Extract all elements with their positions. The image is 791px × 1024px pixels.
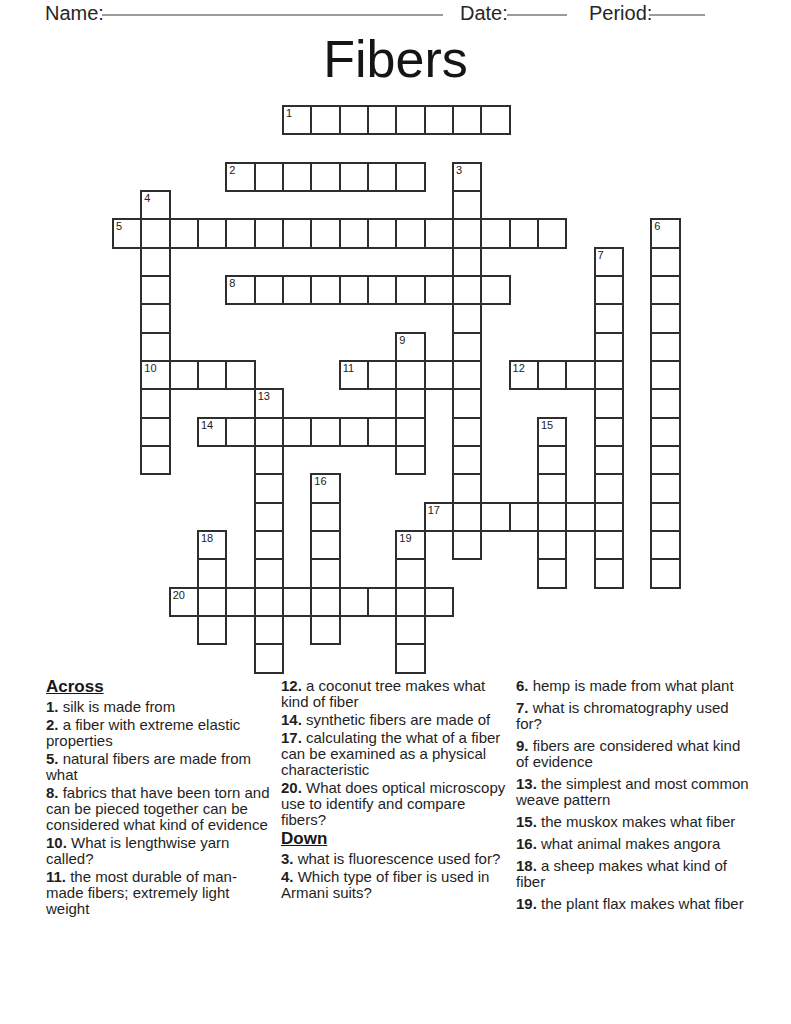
- clue-number: 16: [314, 475, 326, 487]
- grid-cell[interactable]: [339, 275, 369, 305]
- clue-number: 3: [456, 164, 462, 176]
- grid-cell[interactable]: [452, 332, 482, 362]
- grid-cell[interactable]: [452, 360, 482, 390]
- clue-number: 1: [286, 107, 292, 119]
- grid-cell[interactable]: [339, 587, 369, 617]
- grid-cell[interactable]: [650, 530, 680, 560]
- grid-cell[interactable]: [367, 162, 397, 192]
- grid-cell[interactable]: [650, 388, 680, 418]
- clue-13: 13. the simplest and most common weave p…: [516, 776, 752, 808]
- grid-cell[interactable]: [452, 473, 482, 503]
- grid-cell[interactable]: [452, 388, 482, 418]
- grid-cell[interactable]: [565, 360, 595, 390]
- grid-cell[interactable]: [225, 417, 255, 447]
- clue-number: 15: [541, 419, 553, 431]
- crossword-grid: 1234567891011121314151617181920: [0, 0, 791, 700]
- grid-cell[interactable]: 19: [395, 530, 425, 560]
- clue-18: 18. a sheep makes what kind of fiber: [516, 858, 752, 890]
- grid-cell[interactable]: 14: [197, 417, 227, 447]
- grid-cell[interactable]: [452, 502, 482, 532]
- grid-cell[interactable]: 17: [424, 502, 454, 532]
- grid-cell[interactable]: 20: [169, 587, 199, 617]
- grid-cell[interactable]: [650, 502, 680, 532]
- grid-cell[interactable]: [140, 303, 170, 333]
- grid-cell[interactable]: [339, 417, 369, 447]
- clue-10: 10. What is lengthwise yarn called?: [46, 835, 271, 867]
- grid-cell[interactable]: [310, 587, 340, 617]
- grid-cell[interactable]: [140, 417, 170, 447]
- grid-cell[interactable]: [452, 445, 482, 475]
- grid-cell[interactable]: [140, 388, 170, 418]
- grid-cell[interactable]: [140, 275, 170, 305]
- grid-cell[interactable]: 18: [197, 530, 227, 560]
- clue-number: 11: [343, 362, 354, 374]
- grid-cell[interactable]: [282, 275, 312, 305]
- grid-cell[interactable]: [310, 417, 340, 447]
- clue-12: 12. a coconut tree makes what kind of fi…: [281, 678, 514, 710]
- grid-cell[interactable]: [452, 417, 482, 447]
- grid-cell[interactable]: [594, 303, 624, 333]
- clue-number: 4: [144, 192, 150, 204]
- grid-cell[interactable]: [225, 587, 255, 617]
- grid-cell[interactable]: [480, 105, 510, 135]
- grid-cell[interactable]: [395, 587, 425, 617]
- grid-cell[interactable]: [594, 530, 624, 560]
- grid-cell[interactable]: [367, 275, 397, 305]
- clue-column-3: 6. hemp is made from what plant7. what i…: [516, 678, 752, 918]
- grid-cell[interactable]: [254, 275, 284, 305]
- clue-number: 9: [399, 334, 405, 346]
- grid-cell[interactable]: [254, 445, 284, 475]
- grid-cell[interactable]: [197, 360, 227, 390]
- grid-cell[interactable]: [594, 360, 624, 390]
- grid-cell[interactable]: [395, 558, 425, 588]
- clue-number: 14: [201, 419, 213, 431]
- grid-cell[interactable]: 3: [452, 162, 482, 192]
- grid-cell[interactable]: [480, 502, 510, 532]
- grid-cell[interactable]: [254, 473, 284, 503]
- clue-3: 3. what is fluorescence used for?: [281, 851, 514, 867]
- clue-5: 5. natural fibers are made from what: [46, 751, 271, 783]
- grid-cell[interactable]: [594, 332, 624, 362]
- grid-cell[interactable]: [594, 502, 624, 532]
- grid-cell[interactable]: 10: [140, 360, 170, 390]
- clue-number: 8: [229, 277, 235, 289]
- grid-cell[interactable]: [594, 558, 624, 588]
- grid-cell[interactable]: [537, 502, 567, 532]
- grid-cell[interactable]: [140, 332, 170, 362]
- grid-cell[interactable]: [594, 473, 624, 503]
- grid-cell[interactable]: [254, 417, 284, 447]
- grid-cell[interactable]: [197, 558, 227, 588]
- clue-number: 6: [654, 220, 660, 232]
- down-heading: Down: [281, 830, 514, 848]
- grid-cell[interactable]: [565, 502, 595, 532]
- clue-16: 16. what animal makes angora: [516, 836, 752, 852]
- grid-cell[interactable]: [395, 105, 425, 135]
- grid-cell[interactable]: 13: [254, 388, 284, 418]
- grid-cell[interactable]: [197, 218, 227, 248]
- grid-cell[interactable]: [395, 445, 425, 475]
- grid-cell[interactable]: [254, 530, 284, 560]
- grid-cell[interactable]: [254, 558, 284, 588]
- grid-cell[interactable]: [339, 105, 369, 135]
- grid-cell[interactable]: [367, 587, 397, 617]
- clue-6: 6. hemp is made from what plant: [516, 678, 752, 694]
- grid-cell[interactable]: 16: [310, 473, 340, 503]
- grid-cell[interactable]: [310, 530, 340, 560]
- clue-number: 18: [201, 532, 213, 544]
- grid-cell[interactable]: [424, 275, 454, 305]
- grid-cell[interactable]: [424, 105, 454, 135]
- grid-cell[interactable]: [650, 445, 680, 475]
- grid-cell[interactable]: [650, 473, 680, 503]
- grid-cell[interactable]: [480, 218, 510, 248]
- grid-cell[interactable]: [282, 587, 312, 617]
- grid-cell[interactable]: [537, 218, 567, 248]
- grid-cell[interactable]: [395, 162, 425, 192]
- grid-cell[interactable]: [140, 247, 170, 277]
- grid-cell[interactable]: [424, 360, 454, 390]
- clue-15: 15. the muskox makes what fiber: [516, 814, 752, 830]
- grid-cell[interactable]: [254, 502, 284, 532]
- grid-cell[interactable]: [395, 275, 425, 305]
- grid-cell[interactable]: [339, 162, 369, 192]
- clue-8: 8. fabrics that have been torn and can b…: [46, 785, 271, 833]
- grid-cell[interactable]: [650, 360, 680, 390]
- grid-cell[interactable]: [282, 162, 312, 192]
- grid-cell[interactable]: [650, 303, 680, 333]
- grid-cell[interactable]: [480, 275, 510, 305]
- grid-cell[interactable]: [395, 417, 425, 447]
- grid-cell[interactable]: [395, 643, 425, 673]
- grid-cell[interactable]: [282, 417, 312, 447]
- grid-cell[interactable]: [282, 218, 312, 248]
- grid-cell[interactable]: [254, 643, 284, 673]
- clue-number: 7: [598, 249, 604, 261]
- grid-cell[interactable]: [367, 360, 397, 390]
- clue-4: 4. Which type of fiber is used in Armani…: [281, 869, 514, 901]
- grid-cell[interactable]: [254, 615, 284, 645]
- grid-cell[interactable]: [650, 275, 680, 305]
- grid-cell[interactable]: 9: [395, 332, 425, 362]
- clue-number: 2: [229, 164, 235, 176]
- grid-cell[interactable]: [310, 615, 340, 645]
- grid-cell[interactable]: [424, 218, 454, 248]
- clue-2: 2. a fiber with extreme elastic properti…: [46, 717, 271, 749]
- grid-cell[interactable]: [254, 162, 284, 192]
- grid-cell[interactable]: 11: [339, 360, 369, 390]
- grid-cell[interactable]: [452, 275, 482, 305]
- grid-cell[interactable]: [197, 615, 227, 645]
- grid-cell[interactable]: [367, 105, 397, 135]
- grid-cell[interactable]: [169, 218, 199, 248]
- grid-cell[interactable]: [310, 105, 340, 135]
- grid-cell[interactable]: [225, 218, 255, 248]
- clue-17: 17. calculating the what of a fiber can …: [281, 730, 514, 778]
- clue-9: 9. fibers are considered what kind of ev…: [516, 738, 752, 770]
- grid-cell[interactable]: [537, 530, 567, 560]
- grid-cell[interactable]: [594, 388, 624, 418]
- grid-cell[interactable]: 1: [282, 105, 312, 135]
- grid-cell[interactable]: [140, 445, 170, 475]
- grid-cell[interactable]: [395, 615, 425, 645]
- grid-cell[interactable]: [452, 247, 482, 277]
- grid-cell[interactable]: [424, 587, 454, 617]
- clue-number: 12: [513, 362, 525, 374]
- clue-number: 20: [173, 589, 185, 601]
- clue-1: 1. silk is made from: [46, 699, 271, 715]
- grid-cell[interactable]: [509, 218, 539, 248]
- grid-cell[interactable]: [537, 558, 567, 588]
- grid-cell[interactable]: [650, 558, 680, 588]
- grid-cell[interactable]: [650, 247, 680, 277]
- clue-number: 19: [399, 532, 411, 544]
- grid-cell[interactable]: [452, 530, 482, 560]
- clue-7: 7. what is chromatography used for?: [516, 700, 752, 732]
- grid-cell[interactable]: [395, 360, 425, 390]
- grid-cell[interactable]: [310, 218, 340, 248]
- grid-cell[interactable]: 8: [225, 275, 255, 305]
- clue-column-2: 12. a coconut tree makes what kind of fi…: [281, 678, 514, 903]
- grid-cell[interactable]: [310, 275, 340, 305]
- clue-14: 14. synthetic fibers are made of: [281, 712, 514, 728]
- grid-cell[interactable]: [509, 502, 539, 532]
- grid-cell[interactable]: 7: [594, 247, 624, 277]
- grid-cell[interactable]: 5: [112, 218, 142, 248]
- clue-column-1: Across1. silk is made from2. a fiber wit…: [46, 678, 271, 919]
- grid-cell[interactable]: [452, 190, 482, 220]
- grid-cell[interactable]: [452, 303, 482, 333]
- grid-cell[interactable]: [140, 218, 170, 248]
- grid-cell[interactable]: [395, 388, 425, 418]
- grid-cell[interactable]: [310, 162, 340, 192]
- grid-cell[interactable]: [339, 218, 369, 248]
- grid-cell[interactable]: [650, 417, 680, 447]
- grid-cell[interactable]: [197, 587, 227, 617]
- clue-11: 11. the most durable of man-made fibers;…: [46, 869, 271, 917]
- grid-cell[interactable]: 6: [650, 218, 680, 248]
- clue-number: 5: [116, 220, 122, 232]
- across-heading: Across: [46, 678, 271, 696]
- grid-cell[interactable]: [537, 445, 567, 475]
- grid-cell[interactable]: [537, 360, 567, 390]
- clue-number: 13: [258, 390, 270, 402]
- grid-cell[interactable]: [225, 360, 255, 390]
- grid-cell[interactable]: [395, 218, 425, 248]
- grid-cell[interactable]: [594, 275, 624, 305]
- clue-20: 20. What does optical microscopy use to …: [281, 780, 514, 828]
- grid-cell[interactable]: [310, 502, 340, 532]
- grid-cell[interactable]: [594, 445, 624, 475]
- grid-cell[interactable]: 12: [509, 360, 539, 390]
- grid-cell[interactable]: [310, 558, 340, 588]
- grid-cell[interactable]: [537, 473, 567, 503]
- grid-cell[interactable]: [452, 218, 482, 248]
- grid-cell[interactable]: [254, 218, 284, 248]
- grid-cell[interactable]: [594, 417, 624, 447]
- grid-cell[interactable]: 4: [140, 190, 170, 220]
- clue-19: 19. the plant flax makes what fiber: [516, 896, 752, 912]
- grid-cell[interactable]: [452, 105, 482, 135]
- clue-number: 17: [428, 504, 440, 516]
- grid-cell[interactable]: 15: [537, 417, 567, 447]
- grid-cell[interactable]: [254, 587, 284, 617]
- clue-number: 10: [144, 362, 156, 374]
- grid-cell[interactable]: [367, 218, 397, 248]
- grid-cell[interactable]: [367, 417, 397, 447]
- grid-cell[interactable]: [169, 360, 199, 390]
- grid-cell[interactable]: [650, 332, 680, 362]
- grid-cell[interactable]: 2: [225, 162, 255, 192]
